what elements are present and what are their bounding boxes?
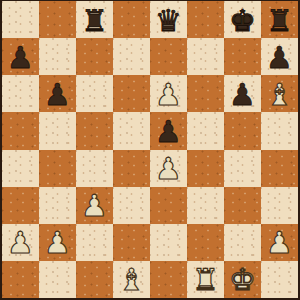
square-a1[interactable] [2, 261, 39, 298]
square-a6[interactable] [2, 75, 39, 112]
square-a8[interactable] [2, 1, 39, 38]
square-d5[interactable] [113, 112, 150, 149]
square-f3[interactable] [187, 187, 224, 224]
square-e3[interactable] [150, 187, 187, 224]
square-b5[interactable] [39, 112, 76, 149]
square-b2[interactable]: ♟ [39, 224, 76, 261]
piece-black-pawn-g6[interactable]: ♟ [229, 79, 256, 109]
square-d8[interactable] [113, 1, 150, 38]
square-a5[interactable] [2, 112, 39, 149]
square-h6[interactable]: ♝ [261, 75, 298, 112]
square-a2[interactable]: ♟ [2, 224, 39, 261]
square-e8[interactable]: ♛ [150, 1, 187, 38]
square-d7[interactable] [113, 38, 150, 75]
square-c3[interactable]: ♟ [76, 187, 113, 224]
piece-white-bishop-h6[interactable]: ♝ [266, 79, 293, 109]
square-f1[interactable]: ♜ [187, 261, 224, 298]
piece-black-queen-e8[interactable]: ♛ [155, 5, 182, 35]
square-g8[interactable]: ♚ [224, 1, 261, 38]
square-b4[interactable] [39, 150, 76, 187]
square-c6[interactable] [76, 75, 113, 112]
square-a4[interactable] [2, 150, 39, 187]
square-c4[interactable] [76, 150, 113, 187]
piece-white-pawn-h2[interactable]: ♟ [266, 228, 293, 258]
square-b8[interactable] [39, 1, 76, 38]
square-e5[interactable]: ♟ [150, 112, 187, 149]
piece-white-pawn-b2[interactable]: ♟ [44, 228, 71, 258]
piece-white-bishop-d1[interactable]: ♝ [118, 265, 145, 295]
chess-board: ♜♛♚♜♟♟♟♟♟♝♟♟♟♟♟♟♝♜♚ [0, 0, 300, 300]
square-g6[interactable]: ♟ [224, 75, 261, 112]
square-f5[interactable] [187, 112, 224, 149]
square-c8[interactable]: ♜ [76, 1, 113, 38]
square-f8[interactable] [187, 1, 224, 38]
square-h4[interactable] [261, 150, 298, 187]
square-b7[interactable] [39, 38, 76, 75]
piece-black-pawn-h7[interactable]: ♟ [266, 42, 293, 72]
piece-white-pawn-e4[interactable]: ♟ [155, 154, 182, 184]
piece-white-rook-f1[interactable]: ♜ [192, 265, 219, 295]
piece-black-rook-h8[interactable]: ♜ [266, 5, 293, 35]
square-d2[interactable] [113, 224, 150, 261]
piece-white-pawn-c3[interactable]: ♟ [81, 191, 108, 221]
square-a3[interactable] [2, 187, 39, 224]
square-a7[interactable]: ♟ [2, 38, 39, 75]
square-h2[interactable]: ♟ [261, 224, 298, 261]
square-f6[interactable] [187, 75, 224, 112]
square-h3[interactable] [261, 187, 298, 224]
piece-black-king-g8[interactable]: ♚ [229, 5, 256, 35]
square-g2[interactable] [224, 224, 261, 261]
square-b3[interactable] [39, 187, 76, 224]
square-e1[interactable] [150, 261, 187, 298]
square-g5[interactable] [224, 112, 261, 149]
square-e4[interactable]: ♟ [150, 150, 187, 187]
square-g4[interactable] [224, 150, 261, 187]
piece-white-king-g1[interactable]: ♚ [229, 265, 256, 295]
piece-white-pawn-e6[interactable]: ♟ [155, 79, 182, 109]
square-h1[interactable] [261, 261, 298, 298]
square-g7[interactable] [224, 38, 261, 75]
square-g1[interactable]: ♚ [224, 261, 261, 298]
piece-black-pawn-a7[interactable]: ♟ [7, 42, 34, 72]
piece-black-pawn-e5[interactable]: ♟ [155, 116, 182, 146]
square-g3[interactable] [224, 187, 261, 224]
square-h5[interactable] [261, 112, 298, 149]
square-b6[interactable]: ♟ [39, 75, 76, 112]
square-h8[interactable]: ♜ [261, 1, 298, 38]
square-d6[interactable] [113, 75, 150, 112]
square-e2[interactable] [150, 224, 187, 261]
square-f2[interactable] [187, 224, 224, 261]
square-c5[interactable] [76, 112, 113, 149]
square-d1[interactable]: ♝ [113, 261, 150, 298]
piece-white-pawn-a2[interactable]: ♟ [7, 228, 34, 258]
square-d3[interactable] [113, 187, 150, 224]
square-d4[interactable] [113, 150, 150, 187]
square-h7[interactable]: ♟ [261, 38, 298, 75]
square-e7[interactable] [150, 38, 187, 75]
square-b1[interactable] [39, 261, 76, 298]
square-f7[interactable] [187, 38, 224, 75]
square-e6[interactable]: ♟ [150, 75, 187, 112]
piece-black-pawn-b6[interactable]: ♟ [44, 79, 71, 109]
square-c1[interactable] [76, 261, 113, 298]
square-c7[interactable] [76, 38, 113, 75]
piece-black-rook-c8[interactable]: ♜ [81, 5, 108, 35]
square-c2[interactable] [76, 224, 113, 261]
square-f4[interactable] [187, 150, 224, 187]
